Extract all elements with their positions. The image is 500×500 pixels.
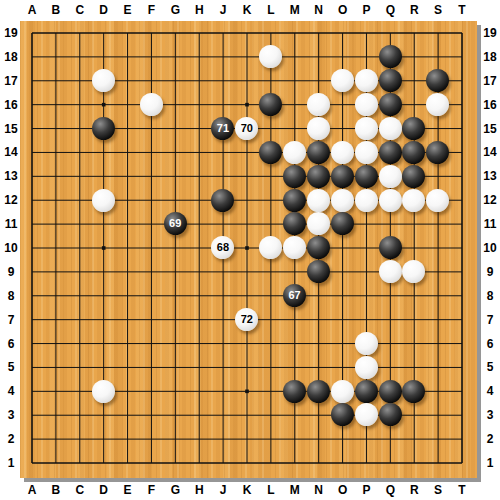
- board-point-R1[interactable]: [402, 451, 426, 475]
- board-point-D1[interactable]: [92, 451, 116, 475]
- board-point-S1[interactable]: [426, 451, 450, 475]
- board-point-C9[interactable]: [68, 260, 92, 284]
- board-point-S19[interactable]: [426, 21, 450, 45]
- board-point-Q15[interactable]: [378, 117, 402, 141]
- board-point-G6[interactable]: [163, 331, 187, 355]
- board-point-K10[interactable]: [235, 236, 259, 260]
- board-point-J1[interactable]: [211, 451, 235, 475]
- board-point-P10[interactable]: [354, 236, 378, 260]
- board-point-M9[interactable]: [283, 260, 307, 284]
- board-point-O2[interactable]: [330, 427, 354, 451]
- board-point-F18[interactable]: [139, 45, 163, 69]
- board-point-K18[interactable]: [235, 45, 259, 69]
- board-point-C18[interactable]: [68, 45, 92, 69]
- board-point-M8[interactable]: 67: [283, 284, 307, 308]
- board-point-P13[interactable]: [354, 164, 378, 188]
- board-point-E11[interactable]: [116, 212, 140, 236]
- board-point-C8[interactable]: [68, 284, 92, 308]
- board-point-Q13[interactable]: [378, 164, 402, 188]
- board-point-C2[interactable]: [68, 427, 92, 451]
- board-point-E6[interactable]: [116, 331, 140, 355]
- board-point-A17[interactable]: [20, 69, 44, 93]
- board-point-H16[interactable]: [187, 93, 211, 117]
- board-point-O5[interactable]: [330, 355, 354, 379]
- board-point-K13[interactable]: [235, 164, 259, 188]
- board-point-O18[interactable]: [330, 45, 354, 69]
- board-point-G17[interactable]: [163, 69, 187, 93]
- board-point-R16[interactable]: [402, 93, 426, 117]
- board-point-A12[interactable]: [20, 188, 44, 212]
- board-point-J5[interactable]: [211, 355, 235, 379]
- board-point-K5[interactable]: [235, 355, 259, 379]
- board-point-D12[interactable]: [92, 188, 116, 212]
- board-point-E9[interactable]: [116, 260, 140, 284]
- board-point-S17[interactable]: [426, 69, 450, 93]
- board-point-Q16[interactable]: [378, 93, 402, 117]
- board-point-E18[interactable]: [116, 45, 140, 69]
- board-point-G13[interactable]: [163, 164, 187, 188]
- board-point-C14[interactable]: [68, 140, 92, 164]
- board-point-C12[interactable]: [68, 188, 92, 212]
- board-point-L10[interactable]: [259, 236, 283, 260]
- board-point-F5[interactable]: [139, 355, 163, 379]
- board-point-L16[interactable]: [259, 93, 283, 117]
- board-point-K16[interactable]: [235, 93, 259, 117]
- board-point-H5[interactable]: [187, 355, 211, 379]
- board-point-A9[interactable]: [20, 260, 44, 284]
- board-point-T9[interactable]: [450, 260, 474, 284]
- board-point-T14[interactable]: [450, 140, 474, 164]
- board-point-H3[interactable]: [187, 403, 211, 427]
- board-point-D9[interactable]: [92, 260, 116, 284]
- board-point-M10[interactable]: [283, 236, 307, 260]
- board-point-M18[interactable]: [283, 45, 307, 69]
- board-point-B6[interactable]: [44, 331, 68, 355]
- board-point-P18[interactable]: [354, 45, 378, 69]
- board-point-F6[interactable]: [139, 331, 163, 355]
- board-point-B19[interactable]: [44, 21, 68, 45]
- board-point-P19[interactable]: [354, 21, 378, 45]
- board-point-C3[interactable]: [68, 403, 92, 427]
- board-point-J13[interactable]: [211, 164, 235, 188]
- board-point-K9[interactable]: [235, 260, 259, 284]
- board-point-K19[interactable]: [235, 21, 259, 45]
- board-point-D17[interactable]: [92, 69, 116, 93]
- board-point-K4[interactable]: [235, 379, 259, 403]
- board-point-B14[interactable]: [44, 140, 68, 164]
- board-point-G16[interactable]: [163, 93, 187, 117]
- board-point-P6[interactable]: [354, 331, 378, 355]
- board-point-F12[interactable]: [139, 188, 163, 212]
- board-point-T17[interactable]: [450, 69, 474, 93]
- board-point-P5[interactable]: [354, 355, 378, 379]
- board-point-T3[interactable]: [450, 403, 474, 427]
- board-point-P16[interactable]: [354, 93, 378, 117]
- board-point-T16[interactable]: [450, 93, 474, 117]
- board-point-O12[interactable]: [330, 188, 354, 212]
- board-point-G15[interactable]: [163, 117, 187, 141]
- board-point-L19[interactable]: [259, 21, 283, 45]
- board-point-B7[interactable]: [44, 308, 68, 332]
- board-point-O15[interactable]: [330, 117, 354, 141]
- board-point-F1[interactable]: [139, 451, 163, 475]
- board-point-J12[interactable]: [211, 188, 235, 212]
- board-point-T18[interactable]: [450, 45, 474, 69]
- board-point-O7[interactable]: [330, 308, 354, 332]
- board-point-T19[interactable]: [450, 21, 474, 45]
- board-point-G10[interactable]: [163, 236, 187, 260]
- board-point-P17[interactable]: [354, 69, 378, 93]
- board-point-D16[interactable]: [92, 93, 116, 117]
- board-point-L9[interactable]: [259, 260, 283, 284]
- board-point-R12[interactable]: [402, 188, 426, 212]
- board-point-N9[interactable]: [307, 260, 331, 284]
- board-point-S6[interactable]: [426, 331, 450, 355]
- board-point-G8[interactable]: [163, 284, 187, 308]
- board-point-L12[interactable]: [259, 188, 283, 212]
- board-point-K1[interactable]: [235, 451, 259, 475]
- board-point-Q7[interactable]: [378, 308, 402, 332]
- board-point-R2[interactable]: [402, 427, 426, 451]
- board-point-A3[interactable]: [20, 403, 44, 427]
- board-point-R5[interactable]: [402, 355, 426, 379]
- board-point-N16[interactable]: [307, 93, 331, 117]
- board-point-S7[interactable]: [426, 308, 450, 332]
- board-point-D15[interactable]: [92, 117, 116, 141]
- board-point-F17[interactable]: [139, 69, 163, 93]
- board-point-Q2[interactable]: [378, 427, 402, 451]
- board-point-L3[interactable]: [259, 403, 283, 427]
- board-point-P4[interactable]: [354, 379, 378, 403]
- board-point-S10[interactable]: [426, 236, 450, 260]
- board-point-R3[interactable]: [402, 403, 426, 427]
- board-point-E15[interactable]: [116, 117, 140, 141]
- board-point-E19[interactable]: [116, 21, 140, 45]
- board-point-M7[interactable]: [283, 308, 307, 332]
- board-point-Q11[interactable]: [378, 212, 402, 236]
- board-point-N11[interactable]: [307, 212, 331, 236]
- board-point-M15[interactable]: [283, 117, 307, 141]
- board-point-K15[interactable]: 70: [235, 117, 259, 141]
- board-point-F2[interactable]: [139, 427, 163, 451]
- board-point-T15[interactable]: [450, 117, 474, 141]
- board-point-H13[interactable]: [187, 164, 211, 188]
- board-point-E4[interactable]: [116, 379, 140, 403]
- board-point-J11[interactable]: [211, 212, 235, 236]
- board-point-P2[interactable]: [354, 427, 378, 451]
- board-point-S4[interactable]: [426, 379, 450, 403]
- board-point-P3[interactable]: [354, 403, 378, 427]
- board-point-T4[interactable]: [450, 379, 474, 403]
- board-point-C15[interactable]: [68, 117, 92, 141]
- board-point-R8[interactable]: [402, 284, 426, 308]
- board-point-K8[interactable]: [235, 284, 259, 308]
- board-point-H11[interactable]: [187, 212, 211, 236]
- board-point-M11[interactable]: [283, 212, 307, 236]
- board-point-O6[interactable]: [330, 331, 354, 355]
- board-point-P9[interactable]: [354, 260, 378, 284]
- board-point-A13[interactable]: [20, 164, 44, 188]
- board-point-S3[interactable]: [426, 403, 450, 427]
- board-point-N14[interactable]: [307, 140, 331, 164]
- board-point-C19[interactable]: [68, 21, 92, 45]
- board-point-E8[interactable]: [116, 284, 140, 308]
- board-point-D4[interactable]: [92, 379, 116, 403]
- board-point-K7[interactable]: 72: [235, 308, 259, 332]
- board-point-J15[interactable]: 71: [211, 117, 235, 141]
- board-point-O14[interactable]: [330, 140, 354, 164]
- board-point-G1[interactable]: [163, 451, 187, 475]
- board-point-A5[interactable]: [20, 355, 44, 379]
- board-point-R7[interactable]: [402, 308, 426, 332]
- board-point-H18[interactable]: [187, 45, 211, 69]
- board-point-F10[interactable]: [139, 236, 163, 260]
- board-point-F7[interactable]: [139, 308, 163, 332]
- board-point-P14[interactable]: [354, 140, 378, 164]
- board-point-E2[interactable]: [116, 427, 140, 451]
- board-point-S18[interactable]: [426, 45, 450, 69]
- board-point-Q6[interactable]: [378, 331, 402, 355]
- board-point-Q4[interactable]: [378, 379, 402, 403]
- board-point-L4[interactable]: [259, 379, 283, 403]
- board-point-E13[interactable]: [116, 164, 140, 188]
- board-point-G7[interactable]: [163, 308, 187, 332]
- board-point-R11[interactable]: [402, 212, 426, 236]
- board-point-G4[interactable]: [163, 379, 187, 403]
- board-point-L13[interactable]: [259, 164, 283, 188]
- board-point-O9[interactable]: [330, 260, 354, 284]
- board-point-S5[interactable]: [426, 355, 450, 379]
- board-point-C7[interactable]: [68, 308, 92, 332]
- board-point-B8[interactable]: [44, 284, 68, 308]
- board-point-B13[interactable]: [44, 164, 68, 188]
- board-point-M13[interactable]: [283, 164, 307, 188]
- board-point-M12[interactable]: [283, 188, 307, 212]
- board-point-B1[interactable]: [44, 451, 68, 475]
- board-point-Q8[interactable]: [378, 284, 402, 308]
- board-point-B5[interactable]: [44, 355, 68, 379]
- board-point-R10[interactable]: [402, 236, 426, 260]
- board-point-M6[interactable]: [283, 331, 307, 355]
- board-point-S8[interactable]: [426, 284, 450, 308]
- board-point-O16[interactable]: [330, 93, 354, 117]
- board-point-H2[interactable]: [187, 427, 211, 451]
- board-point-Q14[interactable]: [378, 140, 402, 164]
- board-point-O17[interactable]: [330, 69, 354, 93]
- board-point-T12[interactable]: [450, 188, 474, 212]
- board-point-S13[interactable]: [426, 164, 450, 188]
- board-point-N3[interactable]: [307, 403, 331, 427]
- board-point-O1[interactable]: [330, 451, 354, 475]
- board-point-H4[interactable]: [187, 379, 211, 403]
- board-point-L14[interactable]: [259, 140, 283, 164]
- board-point-Q10[interactable]: [378, 236, 402, 260]
- board-point-E16[interactable]: [116, 93, 140, 117]
- board-point-G2[interactable]: [163, 427, 187, 451]
- board-point-K6[interactable]: [235, 331, 259, 355]
- board-point-Q17[interactable]: [378, 69, 402, 93]
- board-point-F15[interactable]: [139, 117, 163, 141]
- board-point-O19[interactable]: [330, 21, 354, 45]
- board-point-J19[interactable]: [211, 21, 235, 45]
- board-point-R18[interactable]: [402, 45, 426, 69]
- board-point-D3[interactable]: [92, 403, 116, 427]
- board-point-B3[interactable]: [44, 403, 68, 427]
- board-point-C17[interactable]: [68, 69, 92, 93]
- board-point-A8[interactable]: [20, 284, 44, 308]
- board-point-L8[interactable]: [259, 284, 283, 308]
- board-point-H7[interactable]: [187, 308, 211, 332]
- board-point-T13[interactable]: [450, 164, 474, 188]
- board-point-G11[interactable]: 69: [163, 212, 187, 236]
- board-point-D13[interactable]: [92, 164, 116, 188]
- board-point-A10[interactable]: [20, 236, 44, 260]
- board-point-N7[interactable]: [307, 308, 331, 332]
- board-point-C10[interactable]: [68, 236, 92, 260]
- board-point-S12[interactable]: [426, 188, 450, 212]
- board-point-D18[interactable]: [92, 45, 116, 69]
- board-point-O4[interactable]: [330, 379, 354, 403]
- board-point-J4[interactable]: [211, 379, 235, 403]
- board-point-C6[interactable]: [68, 331, 92, 355]
- board-point-H6[interactable]: [187, 331, 211, 355]
- board-point-T1[interactable]: [450, 451, 474, 475]
- board-point-P1[interactable]: [354, 451, 378, 475]
- board-point-S11[interactable]: [426, 212, 450, 236]
- board-point-C16[interactable]: [68, 93, 92, 117]
- board-point-N6[interactable]: [307, 331, 331, 355]
- board-point-G19[interactable]: [163, 21, 187, 45]
- board-point-O10[interactable]: [330, 236, 354, 260]
- board-point-N17[interactable]: [307, 69, 331, 93]
- board-point-B15[interactable]: [44, 117, 68, 141]
- board-point-S2[interactable]: [426, 427, 450, 451]
- board-point-K17[interactable]: [235, 69, 259, 93]
- board-point-R14[interactable]: [402, 140, 426, 164]
- board-point-G12[interactable]: [163, 188, 187, 212]
- board-point-B2[interactable]: [44, 427, 68, 451]
- board-point-B4[interactable]: [44, 379, 68, 403]
- board-point-P12[interactable]: [354, 188, 378, 212]
- board-point-K11[interactable]: [235, 212, 259, 236]
- board-point-N8[interactable]: [307, 284, 331, 308]
- board-point-G5[interactable]: [163, 355, 187, 379]
- board-point-M16[interactable]: [283, 93, 307, 117]
- board-point-A6[interactable]: [20, 331, 44, 355]
- board-point-Q1[interactable]: [378, 451, 402, 475]
- board-point-F13[interactable]: [139, 164, 163, 188]
- board-point-F9[interactable]: [139, 260, 163, 284]
- board-point-G3[interactable]: [163, 403, 187, 427]
- board-point-T7[interactable]: [450, 308, 474, 332]
- board-point-R13[interactable]: [402, 164, 426, 188]
- board-point-N18[interactable]: [307, 45, 331, 69]
- board-point-A2[interactable]: [20, 427, 44, 451]
- board-point-A16[interactable]: [20, 93, 44, 117]
- board-point-L1[interactable]: [259, 451, 283, 475]
- board-point-F19[interactable]: [139, 21, 163, 45]
- board-point-H8[interactable]: [187, 284, 211, 308]
- board-point-D10[interactable]: [92, 236, 116, 260]
- board-point-M5[interactable]: [283, 355, 307, 379]
- board-point-A4[interactable]: [20, 379, 44, 403]
- board-point-J14[interactable]: [211, 140, 235, 164]
- board-point-H1[interactable]: [187, 451, 211, 475]
- board-point-L7[interactable]: [259, 308, 283, 332]
- board-point-M14[interactable]: [283, 140, 307, 164]
- board-point-R19[interactable]: [402, 21, 426, 45]
- board-point-H9[interactable]: [187, 260, 211, 284]
- board-point-J7[interactable]: [211, 308, 235, 332]
- board-point-O13[interactable]: [330, 164, 354, 188]
- board-point-O11[interactable]: [330, 212, 354, 236]
- board-point-T5[interactable]: [450, 355, 474, 379]
- board-point-L15[interactable]: [259, 117, 283, 141]
- board-point-J9[interactable]: [211, 260, 235, 284]
- board-point-P11[interactable]: [354, 212, 378, 236]
- board-point-S14[interactable]: [426, 140, 450, 164]
- board-point-K2[interactable]: [235, 427, 259, 451]
- board-point-H14[interactable]: [187, 140, 211, 164]
- board-point-Q3[interactable]: [378, 403, 402, 427]
- board-point-E7[interactable]: [116, 308, 140, 332]
- board-point-S16[interactable]: [426, 93, 450, 117]
- board-point-R15[interactable]: [402, 117, 426, 141]
- board-point-D19[interactable]: [92, 21, 116, 45]
- board-point-B18[interactable]: [44, 45, 68, 69]
- board-point-O8[interactable]: [330, 284, 354, 308]
- board-point-S9[interactable]: [426, 260, 450, 284]
- board-point-P8[interactable]: [354, 284, 378, 308]
- board-point-S15[interactable]: [426, 117, 450, 141]
- board-point-A14[interactable]: [20, 140, 44, 164]
- board-point-F8[interactable]: [139, 284, 163, 308]
- board-point-C1[interactable]: [68, 451, 92, 475]
- board-point-T11[interactable]: [450, 212, 474, 236]
- board-point-E12[interactable]: [116, 188, 140, 212]
- board-point-K3[interactable]: [235, 403, 259, 427]
- board-point-E14[interactable]: [116, 140, 140, 164]
- board-point-N10[interactable]: [307, 236, 331, 260]
- board-point-N13[interactable]: [307, 164, 331, 188]
- board-point-L5[interactable]: [259, 355, 283, 379]
- board-point-B12[interactable]: [44, 188, 68, 212]
- board-point-M3[interactable]: [283, 403, 307, 427]
- board-point-M17[interactable]: [283, 69, 307, 93]
- board-point-D8[interactable]: [92, 284, 116, 308]
- board-point-G14[interactable]: [163, 140, 187, 164]
- board-point-M2[interactable]: [283, 427, 307, 451]
- board-point-J6[interactable]: [211, 331, 235, 355]
- board-point-F14[interactable]: [139, 140, 163, 164]
- board-point-R9[interactable]: [402, 260, 426, 284]
- board-point-F16[interactable]: [139, 93, 163, 117]
- board-point-D6[interactable]: [92, 331, 116, 355]
- board-point-P15[interactable]: [354, 117, 378, 141]
- board-point-J18[interactable]: [211, 45, 235, 69]
- board-point-N2[interactable]: [307, 427, 331, 451]
- board-point-T6[interactable]: [450, 331, 474, 355]
- board-point-Q19[interactable]: [378, 21, 402, 45]
- board-point-N15[interactable]: [307, 117, 331, 141]
- board-point-D2[interactable]: [92, 427, 116, 451]
- board-point-H12[interactable]: [187, 188, 211, 212]
- board-point-D5[interactable]: [92, 355, 116, 379]
- board-point-F11[interactable]: [139, 212, 163, 236]
- board-point-R4[interactable]: [402, 379, 426, 403]
- board-point-J3[interactable]: [211, 403, 235, 427]
- board-point-T10[interactable]: [450, 236, 474, 260]
